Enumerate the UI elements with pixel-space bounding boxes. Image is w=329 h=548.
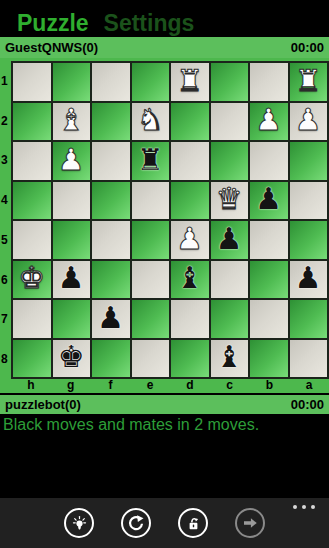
opponent-name: GuestQNWS(0) — [5, 40, 98, 55]
tab-puzzle[interactable]: Puzzle — [17, 12, 89, 35]
tab-settings[interactable]: Settings — [104, 12, 195, 35]
piece-white-K: ♚ — [18, 263, 45, 293]
square-e7[interactable] — [132, 300, 170, 338]
square-d5[interactable]: ♟ — [171, 221, 209, 259]
square-a6[interactable]: ♟ — [290, 261, 328, 299]
rank-label-8: 8 — [0, 339, 11, 379]
square-g1[interactable] — [53, 63, 91, 101]
square-f7[interactable]: ♟ — [92, 300, 130, 338]
square-e6[interactable] — [132, 261, 170, 299]
rank-label-3: 3 — [0, 141, 11, 181]
square-b6[interactable] — [250, 261, 288, 299]
piece-black-B: ♝ — [216, 342, 243, 372]
square-a7[interactable] — [290, 300, 328, 338]
square-d8[interactable] — [171, 340, 209, 378]
square-a3[interactable] — [290, 142, 328, 180]
square-c8[interactable]: ♝ — [211, 340, 249, 378]
redo-arrow-icon — [127, 514, 145, 532]
square-c1[interactable] — [211, 63, 249, 101]
square-e2[interactable]: ♞ — [132, 103, 170, 141]
piece-white-P: ♟ — [295, 105, 322, 135]
piece-white-R: ♜ — [176, 66, 203, 96]
file-label-d: d — [170, 379, 210, 393]
piece-white-P: ♟ — [58, 145, 85, 175]
more-ellipsis-icon[interactable] — [293, 505, 315, 509]
square-f8[interactable] — [92, 340, 130, 378]
next-button[interactable] — [235, 508, 265, 538]
square-h6[interactable]: ♚ — [13, 261, 51, 299]
square-c5[interactable]: ♟ — [211, 221, 249, 259]
square-h3[interactable] — [13, 142, 51, 180]
piece-white-Q: ♛ — [216, 184, 243, 214]
square-a8[interactable] — [290, 340, 328, 378]
square-b7[interactable] — [250, 300, 288, 338]
rank-label-7: 7 — [0, 300, 11, 340]
chess-board: 12345678 ♜♜♝♞♟♟♟♜♛♟♟♟♚♟♝♟♟♚♝ — [0, 58, 329, 379]
square-h2[interactable] — [13, 103, 51, 141]
puzzle-instruction: Black moves and mates in 2 moves. — [0, 414, 329, 498]
square-e1[interactable] — [132, 63, 170, 101]
piece-white-R: ♜ — [295, 66, 322, 96]
piece-white-P: ♟ — [255, 105, 282, 135]
square-f5[interactable] — [92, 221, 130, 259]
square-h4[interactable] — [13, 182, 51, 220]
file-label-a: a — [289, 379, 329, 393]
rank-label-6: 6 — [0, 260, 11, 300]
piece-white-P: ♟ — [176, 224, 203, 254]
app-window: Puzzle Settings GuestQNWS(0) 00:00 12345… — [0, 0, 329, 548]
square-g5[interactable] — [53, 221, 91, 259]
square-a4[interactable] — [290, 182, 328, 220]
square-a2[interactable]: ♟ — [290, 103, 328, 141]
piece-black-R: ♜ — [137, 145, 164, 175]
square-g2[interactable]: ♝ — [53, 103, 91, 141]
square-e8[interactable] — [132, 340, 170, 378]
square-f6[interactable] — [92, 261, 130, 299]
square-d6[interactable]: ♝ — [171, 261, 209, 299]
piece-black-P: ♟ — [295, 263, 322, 293]
square-g3[interactable]: ♟ — [53, 142, 91, 180]
lock-button[interactable] — [178, 508, 208, 538]
arrow-right-icon — [241, 514, 259, 532]
opponent-clock: 00:00 — [291, 40, 324, 55]
square-b1[interactable] — [250, 63, 288, 101]
file-labels: hgfedcba — [0, 379, 329, 393]
rank-label-4: 4 — [0, 180, 11, 220]
piece-black-P: ♟ — [216, 224, 243, 254]
player-clock: 00:00 — [291, 397, 324, 412]
file-label-g: g — [51, 379, 91, 393]
rank-label-5: 5 — [0, 220, 11, 260]
square-d1[interactable]: ♜ — [171, 63, 209, 101]
square-b3[interactable] — [250, 142, 288, 180]
piece-white-B: ♝ — [58, 105, 85, 135]
square-b5[interactable] — [250, 221, 288, 259]
square-a5[interactable] — [290, 221, 328, 259]
square-c2[interactable] — [211, 103, 249, 141]
square-g6[interactable]: ♟ — [53, 261, 91, 299]
square-e3[interactable]: ♜ — [132, 142, 170, 180]
square-e4[interactable] — [132, 182, 170, 220]
square-f2[interactable] — [92, 103, 130, 141]
rank-labels: 12345678 — [0, 61, 11, 379]
square-h5[interactable] — [13, 221, 51, 259]
file-label-f: f — [91, 379, 131, 393]
square-d3[interactable] — [171, 142, 209, 180]
opponent-bar: GuestQNWS(0) 00:00 — [0, 37, 329, 58]
square-f4[interactable] — [92, 182, 130, 220]
square-c6[interactable] — [211, 261, 249, 299]
square-e5[interactable] — [132, 221, 170, 259]
square-c4[interactable]: ♛ — [211, 182, 249, 220]
player-name: puzzlebot(0) — [5, 397, 81, 412]
board-grid: ♜♜♝♞♟♟♟♜♛♟♟♟♚♟♝♟♟♚♝ — [11, 61, 329, 379]
square-c7[interactable] — [211, 300, 249, 338]
square-g7[interactable] — [53, 300, 91, 338]
piece-black-K: ♚ — [58, 342, 85, 372]
hint-button[interactable] — [64, 508, 94, 538]
rank-label-1: 1 — [0, 61, 11, 101]
square-b8[interactable] — [250, 340, 288, 378]
square-h8[interactable] — [13, 340, 51, 378]
rank-label-2: 2 — [0, 101, 11, 141]
file-label-b: b — [250, 379, 290, 393]
square-d4[interactable] — [171, 182, 209, 220]
square-b2[interactable]: ♟ — [250, 103, 288, 141]
app-bar — [0, 498, 329, 548]
redo-button[interactable] — [121, 508, 151, 538]
square-h7[interactable] — [13, 300, 51, 338]
square-f3[interactable] — [92, 142, 130, 180]
square-h1[interactable] — [13, 63, 51, 101]
square-c3[interactable] — [211, 142, 249, 180]
square-d7[interactable] — [171, 300, 209, 338]
square-b4[interactable]: ♟ — [250, 182, 288, 220]
piece-black-P: ♟ — [255, 184, 282, 214]
player-bar: puzzlebot(0) 00:00 — [0, 393, 329, 414]
square-g4[interactable] — [53, 182, 91, 220]
square-g8[interactable]: ♚ — [53, 340, 91, 378]
piece-black-P: ♟ — [58, 263, 85, 293]
piece-black-P: ♟ — [97, 303, 124, 333]
file-label-c: c — [210, 379, 250, 393]
piece-white-N: ♞ — [137, 105, 164, 135]
square-f1[interactable] — [92, 63, 130, 101]
piece-black-B: ♝ — [176, 263, 203, 293]
square-d2[interactable] — [171, 103, 209, 141]
padlock-icon — [185, 515, 202, 532]
file-label-h: h — [11, 379, 51, 393]
header: Puzzle Settings — [0, 0, 329, 37]
square-a1[interactable]: ♜ — [290, 63, 328, 101]
file-label-e: e — [130, 379, 170, 393]
lightbulb-icon — [71, 515, 88, 532]
